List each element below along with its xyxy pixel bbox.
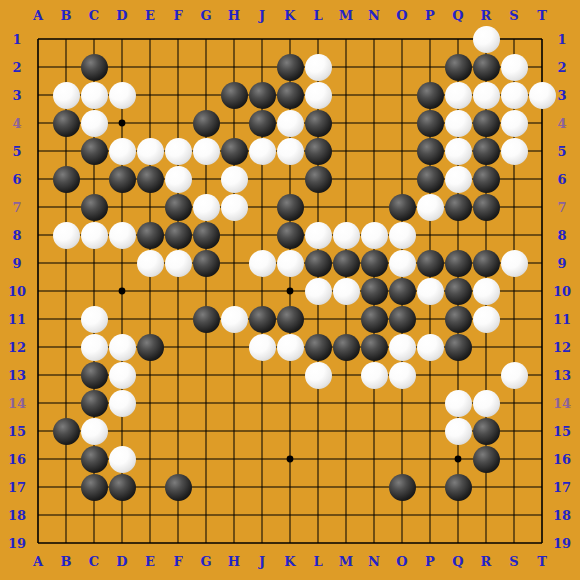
point-L3[interactable] <box>304 81 332 109</box>
point-R1[interactable] <box>472 25 500 53</box>
point-Q5[interactable] <box>444 137 472 165</box>
point-A14[interactable] <box>24 389 52 417</box>
point-N2[interactable] <box>360 53 388 81</box>
point-C8[interactable] <box>80 221 108 249</box>
point-L7[interactable] <box>304 193 332 221</box>
point-T10[interactable] <box>528 277 556 305</box>
point-F4[interactable] <box>164 109 192 137</box>
point-C4[interactable] <box>80 109 108 137</box>
point-J8[interactable] <box>248 221 276 249</box>
point-E14[interactable] <box>136 389 164 417</box>
point-T11[interactable] <box>528 305 556 333</box>
point-L6[interactable] <box>304 165 332 193</box>
point-H17[interactable] <box>220 473 248 501</box>
point-E18[interactable] <box>136 501 164 529</box>
point-N17[interactable] <box>360 473 388 501</box>
point-A16[interactable] <box>24 445 52 473</box>
point-B1[interactable] <box>52 25 80 53</box>
point-T1[interactable] <box>528 25 556 53</box>
point-O5[interactable] <box>388 137 416 165</box>
point-S11[interactable] <box>500 305 528 333</box>
point-F3[interactable] <box>164 81 192 109</box>
point-T7[interactable] <box>528 193 556 221</box>
point-D12[interactable] <box>108 333 136 361</box>
point-F12[interactable] <box>164 333 192 361</box>
point-Q4[interactable] <box>444 109 472 137</box>
point-M15[interactable] <box>332 417 360 445</box>
point-N14[interactable] <box>360 389 388 417</box>
point-D16[interactable] <box>108 445 136 473</box>
point-R18[interactable] <box>472 501 500 529</box>
point-S14[interactable] <box>500 389 528 417</box>
point-M16[interactable] <box>332 445 360 473</box>
point-B13[interactable] <box>52 361 80 389</box>
point-O13[interactable] <box>388 361 416 389</box>
point-L9[interactable] <box>304 249 332 277</box>
point-D8[interactable] <box>108 221 136 249</box>
point-O11[interactable] <box>388 305 416 333</box>
point-N7[interactable] <box>360 193 388 221</box>
point-A9[interactable] <box>24 249 52 277</box>
point-H8[interactable] <box>220 221 248 249</box>
point-O7[interactable] <box>388 193 416 221</box>
point-O12[interactable] <box>388 333 416 361</box>
point-H9[interactable] <box>220 249 248 277</box>
point-C14[interactable] <box>80 389 108 417</box>
point-F13[interactable] <box>164 361 192 389</box>
point-R3[interactable] <box>472 81 500 109</box>
point-C15[interactable] <box>80 417 108 445</box>
point-E16[interactable] <box>136 445 164 473</box>
point-O4[interactable] <box>388 109 416 137</box>
point-P8[interactable] <box>416 221 444 249</box>
point-N15[interactable] <box>360 417 388 445</box>
point-R2[interactable] <box>472 53 500 81</box>
point-P15[interactable] <box>416 417 444 445</box>
point-L4[interactable] <box>304 109 332 137</box>
point-O15[interactable] <box>388 417 416 445</box>
point-D3[interactable] <box>108 81 136 109</box>
point-B10[interactable] <box>52 277 80 305</box>
point-M2[interactable] <box>332 53 360 81</box>
point-R10[interactable] <box>472 277 500 305</box>
point-O8[interactable] <box>388 221 416 249</box>
point-B18[interactable] <box>52 501 80 529</box>
point-G3[interactable] <box>192 81 220 109</box>
point-K14[interactable] <box>276 389 304 417</box>
point-N1[interactable] <box>360 25 388 53</box>
point-Q1[interactable] <box>444 25 472 53</box>
point-E1[interactable] <box>136 25 164 53</box>
point-G17[interactable] <box>192 473 220 501</box>
point-S12[interactable] <box>500 333 528 361</box>
point-G11[interactable] <box>192 305 220 333</box>
point-F17[interactable] <box>164 473 192 501</box>
point-A7[interactable] <box>24 193 52 221</box>
point-J5[interactable] <box>248 137 276 165</box>
point-J15[interactable] <box>248 417 276 445</box>
point-K4[interactable] <box>276 109 304 137</box>
point-D10[interactable] <box>108 277 136 305</box>
point-L5[interactable] <box>304 137 332 165</box>
point-D7[interactable] <box>108 193 136 221</box>
point-H10[interactable] <box>220 277 248 305</box>
point-H16[interactable] <box>220 445 248 473</box>
point-E17[interactable] <box>136 473 164 501</box>
point-K11[interactable] <box>276 305 304 333</box>
point-J6[interactable] <box>248 165 276 193</box>
point-J7[interactable] <box>248 193 276 221</box>
point-R13[interactable] <box>472 361 500 389</box>
point-K3[interactable] <box>276 81 304 109</box>
point-Q18[interactable] <box>444 501 472 529</box>
point-P4[interactable] <box>416 109 444 137</box>
point-T16[interactable] <box>528 445 556 473</box>
point-B11[interactable] <box>52 305 80 333</box>
point-O17[interactable] <box>388 473 416 501</box>
point-P1[interactable] <box>416 25 444 53</box>
point-L14[interactable] <box>304 389 332 417</box>
point-H12[interactable] <box>220 333 248 361</box>
point-E2[interactable] <box>136 53 164 81</box>
point-C17[interactable] <box>80 473 108 501</box>
point-S1[interactable] <box>500 25 528 53</box>
point-M17[interactable] <box>332 473 360 501</box>
point-R4[interactable] <box>472 109 500 137</box>
point-B6[interactable] <box>52 165 80 193</box>
point-P9[interactable] <box>416 249 444 277</box>
point-P5[interactable] <box>416 137 444 165</box>
point-N5[interactable] <box>360 137 388 165</box>
point-O3[interactable] <box>388 81 416 109</box>
point-B7[interactable] <box>52 193 80 221</box>
point-B17[interactable] <box>52 473 80 501</box>
point-O9[interactable] <box>388 249 416 277</box>
point-G6[interactable] <box>192 165 220 193</box>
point-J2[interactable] <box>248 53 276 81</box>
point-Q7[interactable] <box>444 193 472 221</box>
point-J16[interactable] <box>248 445 276 473</box>
point-T17[interactable] <box>528 473 556 501</box>
point-B2[interactable] <box>52 53 80 81</box>
point-K16[interactable] <box>276 445 304 473</box>
point-K10[interactable] <box>276 277 304 305</box>
point-O1[interactable] <box>388 25 416 53</box>
point-G5[interactable] <box>192 137 220 165</box>
point-M8[interactable] <box>332 221 360 249</box>
point-C12[interactable] <box>80 333 108 361</box>
point-N11[interactable] <box>360 305 388 333</box>
point-K1[interactable] <box>276 25 304 53</box>
point-H5[interactable] <box>220 137 248 165</box>
point-F14[interactable] <box>164 389 192 417</box>
point-L18[interactable] <box>304 501 332 529</box>
point-D14[interactable] <box>108 389 136 417</box>
point-P14[interactable] <box>416 389 444 417</box>
point-Q10[interactable] <box>444 277 472 305</box>
point-C1[interactable] <box>80 25 108 53</box>
point-R11[interactable] <box>472 305 500 333</box>
point-E8[interactable] <box>136 221 164 249</box>
point-T18[interactable] <box>528 501 556 529</box>
point-J10[interactable] <box>248 277 276 305</box>
point-M5[interactable] <box>332 137 360 165</box>
point-O16[interactable] <box>388 445 416 473</box>
point-T8[interactable] <box>528 221 556 249</box>
point-G16[interactable] <box>192 445 220 473</box>
point-Q17[interactable] <box>444 473 472 501</box>
point-Q11[interactable] <box>444 305 472 333</box>
point-C2[interactable] <box>80 53 108 81</box>
point-L13[interactable] <box>304 361 332 389</box>
point-Q14[interactable] <box>444 389 472 417</box>
point-A17[interactable] <box>24 473 52 501</box>
point-J14[interactable] <box>248 389 276 417</box>
point-A8[interactable] <box>24 221 52 249</box>
point-P7[interactable] <box>416 193 444 221</box>
point-Q2[interactable] <box>444 53 472 81</box>
point-E5[interactable] <box>136 137 164 165</box>
point-M10[interactable] <box>332 277 360 305</box>
point-A10[interactable] <box>24 277 52 305</box>
point-G2[interactable] <box>192 53 220 81</box>
point-F1[interactable] <box>164 25 192 53</box>
point-F7[interactable] <box>164 193 192 221</box>
point-N8[interactable] <box>360 221 388 249</box>
point-R12[interactable] <box>472 333 500 361</box>
point-E12[interactable] <box>136 333 164 361</box>
point-R15[interactable] <box>472 417 500 445</box>
point-S15[interactable] <box>500 417 528 445</box>
point-K17[interactable] <box>276 473 304 501</box>
point-J18[interactable] <box>248 501 276 529</box>
point-T3[interactable] <box>528 81 556 109</box>
point-H6[interactable] <box>220 165 248 193</box>
point-T15[interactable] <box>528 417 556 445</box>
point-N6[interactable] <box>360 165 388 193</box>
point-M4[interactable] <box>332 109 360 137</box>
point-S7[interactable] <box>500 193 528 221</box>
point-P3[interactable] <box>416 81 444 109</box>
point-S5[interactable] <box>500 137 528 165</box>
point-B8[interactable] <box>52 221 80 249</box>
point-H13[interactable] <box>220 361 248 389</box>
point-P18[interactable] <box>416 501 444 529</box>
point-Q12[interactable] <box>444 333 472 361</box>
point-S8[interactable] <box>500 221 528 249</box>
point-D2[interactable] <box>108 53 136 81</box>
point-F16[interactable] <box>164 445 192 473</box>
point-F10[interactable] <box>164 277 192 305</box>
point-F9[interactable] <box>164 249 192 277</box>
point-T2[interactable] <box>528 53 556 81</box>
point-C3[interactable] <box>80 81 108 109</box>
point-D1[interactable] <box>108 25 136 53</box>
point-S10[interactable] <box>500 277 528 305</box>
point-K13[interactable] <box>276 361 304 389</box>
point-G15[interactable] <box>192 417 220 445</box>
point-Q13[interactable] <box>444 361 472 389</box>
point-T14[interactable] <box>528 389 556 417</box>
point-A11[interactable] <box>24 305 52 333</box>
point-F6[interactable] <box>164 165 192 193</box>
point-D11[interactable] <box>108 305 136 333</box>
point-A3[interactable] <box>24 81 52 109</box>
point-R7[interactable] <box>472 193 500 221</box>
point-C11[interactable] <box>80 305 108 333</box>
point-D18[interactable] <box>108 501 136 529</box>
point-B14[interactable] <box>52 389 80 417</box>
point-L12[interactable] <box>304 333 332 361</box>
point-H14[interactable] <box>220 389 248 417</box>
point-J4[interactable] <box>248 109 276 137</box>
point-L2[interactable] <box>304 53 332 81</box>
point-P17[interactable] <box>416 473 444 501</box>
point-J13[interactable] <box>248 361 276 389</box>
point-P12[interactable] <box>416 333 444 361</box>
point-D17[interactable] <box>108 473 136 501</box>
point-E3[interactable] <box>136 81 164 109</box>
point-E6[interactable] <box>136 165 164 193</box>
point-Q3[interactable] <box>444 81 472 109</box>
point-L16[interactable] <box>304 445 332 473</box>
point-S17[interactable] <box>500 473 528 501</box>
point-Q9[interactable] <box>444 249 472 277</box>
point-F15[interactable] <box>164 417 192 445</box>
point-N3[interactable] <box>360 81 388 109</box>
point-O10[interactable] <box>388 277 416 305</box>
point-G14[interactable] <box>192 389 220 417</box>
point-H1[interactable] <box>220 25 248 53</box>
point-L15[interactable] <box>304 417 332 445</box>
point-A1[interactable] <box>24 25 52 53</box>
point-P16[interactable] <box>416 445 444 473</box>
point-N18[interactable] <box>360 501 388 529</box>
point-J3[interactable] <box>248 81 276 109</box>
point-D9[interactable] <box>108 249 136 277</box>
point-P11[interactable] <box>416 305 444 333</box>
point-M12[interactable] <box>332 333 360 361</box>
point-H18[interactable] <box>220 501 248 529</box>
point-A12[interactable] <box>24 333 52 361</box>
point-E10[interactable] <box>136 277 164 305</box>
point-Q15[interactable] <box>444 417 472 445</box>
point-L17[interactable] <box>304 473 332 501</box>
point-B12[interactable] <box>52 333 80 361</box>
point-J12[interactable] <box>248 333 276 361</box>
point-T12[interactable] <box>528 333 556 361</box>
point-D6[interactable] <box>108 165 136 193</box>
point-C10[interactable] <box>80 277 108 305</box>
point-D13[interactable] <box>108 361 136 389</box>
point-K5[interactable] <box>276 137 304 165</box>
point-A18[interactable] <box>24 501 52 529</box>
point-A13[interactable] <box>24 361 52 389</box>
point-L8[interactable] <box>304 221 332 249</box>
point-B3[interactable] <box>52 81 80 109</box>
point-R14[interactable] <box>472 389 500 417</box>
point-T5[interactable] <box>528 137 556 165</box>
point-E4[interactable] <box>136 109 164 137</box>
point-T6[interactable] <box>528 165 556 193</box>
point-M11[interactable] <box>332 305 360 333</box>
point-S2[interactable] <box>500 53 528 81</box>
point-G8[interactable] <box>192 221 220 249</box>
point-A6[interactable] <box>24 165 52 193</box>
point-C5[interactable] <box>80 137 108 165</box>
point-D5[interactable] <box>108 137 136 165</box>
point-S3[interactable] <box>500 81 528 109</box>
point-G9[interactable] <box>192 249 220 277</box>
point-N4[interactable] <box>360 109 388 137</box>
point-P6[interactable] <box>416 165 444 193</box>
point-O6[interactable] <box>388 165 416 193</box>
point-A2[interactable] <box>24 53 52 81</box>
point-E9[interactable] <box>136 249 164 277</box>
point-M3[interactable] <box>332 81 360 109</box>
point-J9[interactable] <box>248 249 276 277</box>
point-M18[interactable] <box>332 501 360 529</box>
point-K6[interactable] <box>276 165 304 193</box>
point-H7[interactable] <box>220 193 248 221</box>
point-M13[interactable] <box>332 361 360 389</box>
point-Q16[interactable] <box>444 445 472 473</box>
point-D4[interactable] <box>108 109 136 137</box>
point-J11[interactable] <box>248 305 276 333</box>
point-K8[interactable] <box>276 221 304 249</box>
point-B15[interactable] <box>52 417 80 445</box>
point-C9[interactable] <box>80 249 108 277</box>
point-G18[interactable] <box>192 501 220 529</box>
point-T4[interactable] <box>528 109 556 137</box>
point-C7[interactable] <box>80 193 108 221</box>
point-H15[interactable] <box>220 417 248 445</box>
point-N10[interactable] <box>360 277 388 305</box>
point-R16[interactable] <box>472 445 500 473</box>
point-P2[interactable] <box>416 53 444 81</box>
point-Q8[interactable] <box>444 221 472 249</box>
point-S6[interactable] <box>500 165 528 193</box>
point-S9[interactable] <box>500 249 528 277</box>
point-L1[interactable] <box>304 25 332 53</box>
point-A15[interactable] <box>24 417 52 445</box>
point-C6[interactable] <box>80 165 108 193</box>
point-H11[interactable] <box>220 305 248 333</box>
point-E13[interactable] <box>136 361 164 389</box>
point-K15[interactable] <box>276 417 304 445</box>
point-K12[interactable] <box>276 333 304 361</box>
point-N13[interactable] <box>360 361 388 389</box>
point-J17[interactable] <box>248 473 276 501</box>
point-T13[interactable] <box>528 361 556 389</box>
point-B9[interactable] <box>52 249 80 277</box>
point-B5[interactable] <box>52 137 80 165</box>
point-S13[interactable] <box>500 361 528 389</box>
point-M1[interactable] <box>332 25 360 53</box>
point-O14[interactable] <box>388 389 416 417</box>
point-C16[interactable] <box>80 445 108 473</box>
point-E15[interactable] <box>136 417 164 445</box>
point-E11[interactable] <box>136 305 164 333</box>
point-K9[interactable] <box>276 249 304 277</box>
point-B16[interactable] <box>52 445 80 473</box>
point-A4[interactable] <box>24 109 52 137</box>
point-G12[interactable] <box>192 333 220 361</box>
point-R17[interactable] <box>472 473 500 501</box>
point-E7[interactable] <box>136 193 164 221</box>
point-F5[interactable] <box>164 137 192 165</box>
point-L11[interactable] <box>304 305 332 333</box>
